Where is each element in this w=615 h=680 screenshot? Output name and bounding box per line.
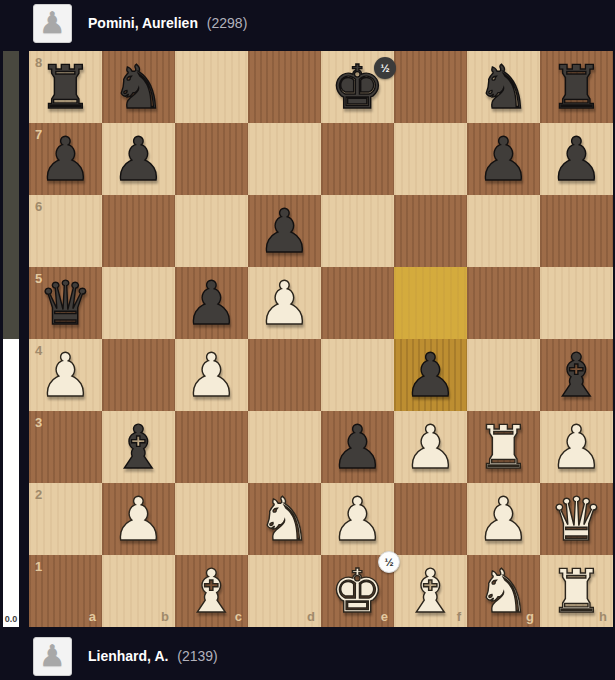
- square-g7[interactable]: ♟: [467, 123, 540, 195]
- square-a7[interactable]: 7♟: [29, 123, 102, 195]
- square-d3[interactable]: [248, 411, 321, 483]
- square-b8[interactable]: ♞: [102, 51, 175, 123]
- square-c3[interactable]: [175, 411, 248, 483]
- white-pawn[interactable]: ♟: [540, 411, 613, 483]
- player-bottom-info[interactable]: Lienhard, A. (2139): [88, 648, 218, 664]
- black-knight[interactable]: ♞: [102, 51, 175, 123]
- result-badge-e1: ½: [378, 551, 400, 573]
- white-queen[interactable]: ♛: [540, 483, 613, 555]
- square-f4[interactable]: ♟: [394, 339, 467, 411]
- square-a5[interactable]: 5♛: [29, 267, 102, 339]
- black-queen[interactable]: ♛: [29, 267, 102, 339]
- square-a2[interactable]: 2: [29, 483, 102, 555]
- player-bottom-rating: (2139): [177, 648, 217, 664]
- square-g6[interactable]: [467, 195, 540, 267]
- player-bottom-bar: ♟ Lienhard, A. (2139): [33, 636, 218, 676]
- square-d5[interactable]: ♟: [248, 267, 321, 339]
- square-h6[interactable]: [540, 195, 613, 267]
- square-f7[interactable]: [394, 123, 467, 195]
- black-pawn[interactable]: ♟: [175, 267, 248, 339]
- white-knight[interactable]: ♞: [467, 555, 540, 627]
- square-e2[interactable]: ♟: [321, 483, 394, 555]
- chess-board[interactable]: 8♜♞♚½♞♜7♟♟♟♟6♟5♛♟♟4♟♟♟♝3♝♟♟♜♟2♟♞♟♟♛1abc♝…: [29, 51, 613, 627]
- white-pawn[interactable]: ♟: [29, 339, 102, 411]
- black-pawn[interactable]: ♟: [467, 123, 540, 195]
- square-b6[interactable]: [102, 195, 175, 267]
- square-g4[interactable]: [467, 339, 540, 411]
- square-b1[interactable]: b: [102, 555, 175, 627]
- square-c8[interactable]: [175, 51, 248, 123]
- square-f3[interactable]: ♟: [394, 411, 467, 483]
- rank-label-3: 3: [35, 415, 42, 430]
- pawn-avatar-icon: ♟: [39, 8, 66, 38]
- square-h7[interactable]: ♟: [540, 123, 613, 195]
- square-h2[interactable]: ♛: [540, 483, 613, 555]
- square-e1[interactable]: e♚½: [321, 555, 394, 627]
- player-top-bar: ♟ Pomini, Aurelien (2298): [33, 3, 247, 43]
- file-label-b: b: [161, 609, 169, 624]
- black-pawn[interactable]: ♟: [248, 195, 321, 267]
- square-g5[interactable]: [467, 267, 540, 339]
- square-f5[interactable]: [394, 267, 467, 339]
- square-h5[interactable]: [540, 267, 613, 339]
- square-f6[interactable]: [394, 195, 467, 267]
- square-h4[interactable]: ♝: [540, 339, 613, 411]
- evaluation-bar-white-part: 0.0: [3, 339, 19, 627]
- square-b2[interactable]: ♟: [102, 483, 175, 555]
- player-top-info[interactable]: Pomini, Aurelien (2298): [88, 15, 247, 31]
- white-pawn[interactable]: ♟: [321, 483, 394, 555]
- square-g2[interactable]: ♟: [467, 483, 540, 555]
- black-knight[interactable]: ♞: [467, 51, 540, 123]
- square-d4[interactable]: [248, 339, 321, 411]
- white-pawn[interactable]: ♟: [102, 483, 175, 555]
- square-c1[interactable]: c♝: [175, 555, 248, 627]
- white-knight[interactable]: ♞: [248, 483, 321, 555]
- square-a3[interactable]: 3: [29, 411, 102, 483]
- white-pawn[interactable]: ♟: [394, 411, 467, 483]
- square-g8[interactable]: ♞: [467, 51, 540, 123]
- square-a4[interactable]: 4♟: [29, 339, 102, 411]
- square-g1[interactable]: g♞: [467, 555, 540, 627]
- square-d1[interactable]: d: [248, 555, 321, 627]
- square-e8[interactable]: ♚½: [321, 51, 394, 123]
- black-pawn[interactable]: ♟: [321, 411, 394, 483]
- black-bishop[interactable]: ♝: [540, 339, 613, 411]
- player-bottom-avatar[interactable]: ♟: [33, 637, 72, 676]
- square-c5[interactable]: ♟: [175, 267, 248, 339]
- chess-app-screen: ♟ Pomini, Aurelien (2298) 0.0 8♜♞♚½♞♜7♟♟…: [0, 0, 615, 680]
- player-bottom-name: Lienhard, A.: [88, 648, 168, 664]
- file-label-a: a: [89, 609, 96, 624]
- square-e6[interactable]: [321, 195, 394, 267]
- black-pawn[interactable]: ♟: [540, 123, 613, 195]
- square-e7[interactable]: [321, 123, 394, 195]
- square-a8[interactable]: 8♜: [29, 51, 102, 123]
- square-d8[interactable]: [248, 51, 321, 123]
- square-b5[interactable]: [102, 267, 175, 339]
- square-c2[interactable]: [175, 483, 248, 555]
- white-rook[interactable]: ♜: [467, 411, 540, 483]
- player-top-rating: (2298): [207, 15, 247, 31]
- black-rook[interactable]: ♜: [29, 51, 102, 123]
- rank-label-2: 2: [35, 487, 42, 502]
- square-f1[interactable]: f♝: [394, 555, 467, 627]
- square-d6[interactable]: ♟: [248, 195, 321, 267]
- rank-label-1: 1: [35, 559, 42, 574]
- player-top-avatar[interactable]: ♟: [33, 4, 72, 43]
- white-pawn[interactable]: ♟: [467, 483, 540, 555]
- black-pawn[interactable]: ♟: [29, 123, 102, 195]
- black-pawn[interactable]: ♟: [102, 123, 175, 195]
- file-label-d: d: [307, 609, 315, 624]
- square-f8[interactable]: [394, 51, 467, 123]
- square-c4[interactable]: ♟: [175, 339, 248, 411]
- square-c7[interactable]: [175, 123, 248, 195]
- rank-label-6: 6: [35, 199, 42, 214]
- black-rook[interactable]: ♜: [540, 51, 613, 123]
- square-f2[interactable]: [394, 483, 467, 555]
- square-d2[interactable]: ♞: [248, 483, 321, 555]
- square-b4[interactable]: [102, 339, 175, 411]
- square-b3[interactable]: ♝: [102, 411, 175, 483]
- square-d7[interactable]: [248, 123, 321, 195]
- square-h3[interactable]: ♟: [540, 411, 613, 483]
- square-e3[interactable]: ♟: [321, 411, 394, 483]
- black-bishop[interactable]: ♝: [102, 411, 175, 483]
- square-e4[interactable]: [321, 339, 394, 411]
- square-c6[interactable]: [175, 195, 248, 267]
- square-a6[interactable]: 6: [29, 195, 102, 267]
- white-bishop[interactable]: ♝: [175, 555, 248, 627]
- black-pawn[interactable]: ♟: [394, 339, 467, 411]
- pawn-avatar-icon: ♟: [39, 641, 66, 671]
- player-top-name: Pomini, Aurelien: [88, 15, 198, 31]
- result-badge-e8: ½: [374, 57, 396, 79]
- white-rook[interactable]: ♜: [540, 555, 613, 627]
- square-b7[interactable]: ♟: [102, 123, 175, 195]
- square-a1[interactable]: 1a: [29, 555, 102, 627]
- evaluation-score: 0.0: [3, 614, 19, 624]
- square-e5[interactable]: [321, 267, 394, 339]
- square-h1[interactable]: h♜: [540, 555, 613, 627]
- evaluation-bar: 0.0: [3, 51, 19, 627]
- white-bishop[interactable]: ♝: [394, 555, 467, 627]
- white-pawn[interactable]: ♟: [175, 339, 248, 411]
- square-h8[interactable]: ♜: [540, 51, 613, 123]
- square-g3[interactable]: ♜: [467, 411, 540, 483]
- white-pawn[interactable]: ♟: [248, 267, 321, 339]
